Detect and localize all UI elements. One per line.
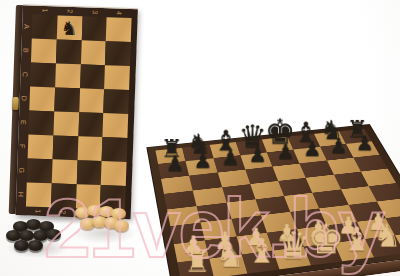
file-label: F [11, 141, 35, 152]
folded-square [56, 39, 82, 64]
file-label: A [15, 21, 39, 32]
square [193, 187, 226, 206]
rank-label: 3 [90, 0, 100, 25]
rank-label: 1 [40, 0, 50, 23]
rank-label: 4 [114, 1, 124, 26]
chess-board-3d: ♜♞♝♛♚♝♞♜♟♟♟♟♟♟♟♟♟♟♟♟♟♟♟♟♜♞♝♛♚♝♞♜ [146, 124, 400, 276]
black-pawn: ♟ [152, 153, 196, 174]
folded-square [77, 136, 103, 161]
folded-square [55, 63, 81, 88]
file-label: C [13, 69, 37, 80]
folded-square [52, 135, 78, 160]
file-label: E [12, 117, 36, 128]
dark-checker-piece [14, 240, 29, 251]
white-rook: ♜ [171, 247, 223, 276]
folded-square [80, 40, 106, 65]
folded-square [80, 64, 106, 89]
product-photo-stage: 1234 1234 ABCDEFGH ♞ ♜♞♝♛♚♝♞♜♟♟♟♟♟♟♟♟♟♟♟… [0, 0, 400, 276]
square [353, 155, 387, 172]
file-label: H [9, 189, 33, 200]
square: ♜ [177, 258, 214, 276]
folded-square [78, 112, 104, 137]
square: ♟ [158, 161, 189, 178]
folded-chess-box: 1234 1234 ABCDEFGH ♞ [9, 4, 138, 219]
dark-checker-piece [28, 240, 43, 251]
folded-square [53, 111, 79, 136]
folded-square [105, 41, 131, 66]
folded-square [79, 88, 105, 113]
rank-label: 2 [65, 0, 75, 24]
folded-box-face: 1234 1234 ABCDEFGH ♞ [16, 4, 138, 219]
folded-board-grid: ♞ [26, 15, 132, 210]
rank-label: 2 [58, 200, 68, 225]
square [161, 175, 193, 193]
folded-square [54, 87, 80, 112]
folded-rank-labels-top: 1234 [33, 6, 132, 18]
file-label: G [10, 165, 34, 176]
folded-square [101, 161, 127, 186]
file-label: B [14, 45, 38, 56]
folded-square [52, 159, 78, 184]
chess-board-grid: ♜♞♝♛♚♝♞♜♟♟♟♟♟♟♟♟♟♟♟♟♟♟♟♟♜♞♝♛♚♝♞♜ [155, 129, 400, 276]
dark-checker-piece [46, 229, 61, 240]
square [189, 172, 221, 190]
light-checker-piece [114, 220, 129, 231]
folded-square [76, 160, 102, 185]
board-frame: ♜♞♝♛♚♝♞♜♟♟♟♟♟♟♟♟♟♟♟♟♟♟♟♟♜♞♝♛♚♝♞♜ [146, 124, 400, 276]
folded-square [103, 89, 129, 114]
folded-square [103, 113, 129, 138]
folded-square [102, 137, 128, 162]
file-label: D [13, 93, 37, 104]
folded-square [104, 65, 130, 90]
